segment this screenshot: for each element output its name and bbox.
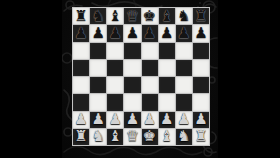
square-b3[interactable] xyxy=(90,94,106,110)
piece-black-bishop[interactable]: ♝ xyxy=(109,8,122,23)
square-h7[interactable]: ♟ xyxy=(193,25,209,41)
square-f4[interactable] xyxy=(159,77,175,93)
square-e4[interactable] xyxy=(142,77,158,93)
right-black-bar xyxy=(218,0,280,158)
square-c4[interactable] xyxy=(107,77,123,93)
piece-white-rook[interactable]: ♜ xyxy=(74,129,87,144)
square-f3[interactable] xyxy=(159,94,175,110)
square-f6[interactable] xyxy=(159,43,175,59)
square-a4[interactable] xyxy=(73,77,89,93)
square-c3[interactable] xyxy=(107,94,123,110)
square-a5[interactable] xyxy=(73,60,89,76)
square-b4[interactable] xyxy=(90,77,106,93)
square-c7[interactable]: ♟ xyxy=(107,25,123,41)
square-g2[interactable]: ♟ xyxy=(176,112,192,128)
square-c5[interactable] xyxy=(107,60,123,76)
piece-white-pawn[interactable]: ♟ xyxy=(126,112,139,127)
square-f8[interactable]: ♝ xyxy=(159,8,175,24)
square-f5[interactable] xyxy=(159,60,175,76)
square-b5[interactable] xyxy=(90,60,106,76)
piece-black-pawn[interactable]: ♟ xyxy=(177,25,190,40)
square-b6[interactable] xyxy=(90,43,106,59)
piece-white-pawn[interactable]: ♟ xyxy=(74,112,87,127)
square-d1[interactable]: ♛ xyxy=(124,129,140,145)
square-d6[interactable] xyxy=(124,43,140,59)
square-a8[interactable]: ♜ xyxy=(73,8,89,24)
game-panel: ♜♞♝♛♚♝♞♜♟♟♟♟♟♟♟♟♟♟♟♟♟♟♟♟♜♞♝♛♚♝♞♜ xyxy=(62,0,218,158)
square-e1[interactable]: ♚ xyxy=(142,129,158,145)
square-d3[interactable] xyxy=(124,94,140,110)
piece-white-knight[interactable]: ♞ xyxy=(91,129,104,144)
piece-white-pawn[interactable]: ♟ xyxy=(143,112,156,127)
square-b8[interactable]: ♞ xyxy=(90,8,106,24)
square-h4[interactable] xyxy=(193,77,209,93)
piece-white-knight[interactable]: ♞ xyxy=(177,129,190,144)
square-a3[interactable] xyxy=(73,94,89,110)
square-a1[interactable]: ♜ xyxy=(73,129,89,145)
piece-black-knight[interactable]: ♞ xyxy=(91,8,104,23)
piece-black-pawn[interactable]: ♟ xyxy=(143,25,156,40)
piece-black-king[interactable]: ♚ xyxy=(143,8,156,23)
square-h1[interactable]: ♜ xyxy=(193,129,209,145)
square-a6[interactable] xyxy=(73,43,89,59)
piece-black-queen[interactable]: ♛ xyxy=(126,8,139,23)
piece-black-pawn[interactable]: ♟ xyxy=(74,25,87,40)
piece-black-knight[interactable]: ♞ xyxy=(177,8,190,23)
piece-white-pawn[interactable]: ♟ xyxy=(160,112,173,127)
square-g8[interactable]: ♞ xyxy=(176,8,192,24)
chess-board: ♜♞♝♛♚♝♞♜♟♟♟♟♟♟♟♟♟♟♟♟♟♟♟♟♜♞♝♛♚♝♞♜ xyxy=(72,7,210,146)
piece-black-pawn[interactable]: ♟ xyxy=(109,25,122,40)
square-d4[interactable] xyxy=(124,77,140,93)
square-f2[interactable]: ♟ xyxy=(159,112,175,128)
square-c2[interactable]: ♟ xyxy=(107,112,123,128)
piece-black-rook[interactable]: ♜ xyxy=(74,8,87,23)
square-c1[interactable]: ♝ xyxy=(107,129,123,145)
piece-black-pawn[interactable]: ♟ xyxy=(91,25,104,40)
square-g6[interactable] xyxy=(176,43,192,59)
square-f7[interactable]: ♟ xyxy=(159,25,175,41)
square-e5[interactable] xyxy=(142,60,158,76)
piece-black-rook[interactable]: ♜ xyxy=(194,8,207,23)
square-c8[interactable]: ♝ xyxy=(107,8,123,24)
square-a7[interactable]: ♟ xyxy=(73,25,89,41)
square-g5[interactable] xyxy=(176,60,192,76)
square-g4[interactable] xyxy=(176,77,192,93)
square-c6[interactable] xyxy=(107,43,123,59)
piece-white-bishop[interactable]: ♝ xyxy=(109,129,122,144)
piece-black-bishop[interactable]: ♝ xyxy=(160,8,173,23)
piece-white-pawn[interactable]: ♟ xyxy=(194,112,207,127)
square-b1[interactable]: ♞ xyxy=(90,129,106,145)
square-h6[interactable] xyxy=(193,43,209,59)
square-d2[interactable]: ♟ xyxy=(124,112,140,128)
square-d7[interactable]: ♟ xyxy=(124,25,140,41)
piece-white-pawn[interactable]: ♟ xyxy=(91,112,104,127)
square-e7[interactable]: ♟ xyxy=(142,25,158,41)
piece-white-pawn[interactable]: ♟ xyxy=(177,112,190,127)
square-f1[interactable]: ♝ xyxy=(159,129,175,145)
square-d8[interactable]: ♛ xyxy=(124,8,140,24)
piece-black-pawn[interactable]: ♟ xyxy=(160,25,173,40)
square-d5[interactable] xyxy=(124,60,140,76)
square-e2[interactable]: ♟ xyxy=(142,112,158,128)
square-e8[interactable]: ♚ xyxy=(142,8,158,24)
screenshot-root: ♜♞♝♛♚♝♞♜♟♟♟♟♟♟♟♟♟♟♟♟♟♟♟♟♜♞♝♛♚♝♞♜ xyxy=(0,0,280,158)
square-g3[interactable] xyxy=(176,94,192,110)
square-h8[interactable]: ♜ xyxy=(193,8,209,24)
piece-black-pawn[interactable]: ♟ xyxy=(194,25,207,40)
square-h3[interactable] xyxy=(193,94,209,110)
left-black-bar xyxy=(0,0,62,158)
square-e6[interactable] xyxy=(142,43,158,59)
square-h5[interactable] xyxy=(193,60,209,76)
piece-white-queen[interactable]: ♛ xyxy=(126,129,139,144)
square-a2[interactable]: ♟ xyxy=(73,112,89,128)
piece-white-pawn[interactable]: ♟ xyxy=(109,112,122,127)
piece-white-king[interactable]: ♚ xyxy=(143,129,156,144)
piece-white-rook[interactable]: ♜ xyxy=(194,129,207,144)
square-b7[interactable]: ♟ xyxy=(90,25,106,41)
square-g7[interactable]: ♟ xyxy=(176,25,192,41)
square-g1[interactable]: ♞ xyxy=(176,129,192,145)
piece-white-bishop[interactable]: ♝ xyxy=(160,129,173,144)
piece-black-pawn[interactable]: ♟ xyxy=(126,25,139,40)
square-e3[interactable] xyxy=(142,94,158,110)
square-h2[interactable]: ♟ xyxy=(193,112,209,128)
square-b2[interactable]: ♟ xyxy=(90,112,106,128)
